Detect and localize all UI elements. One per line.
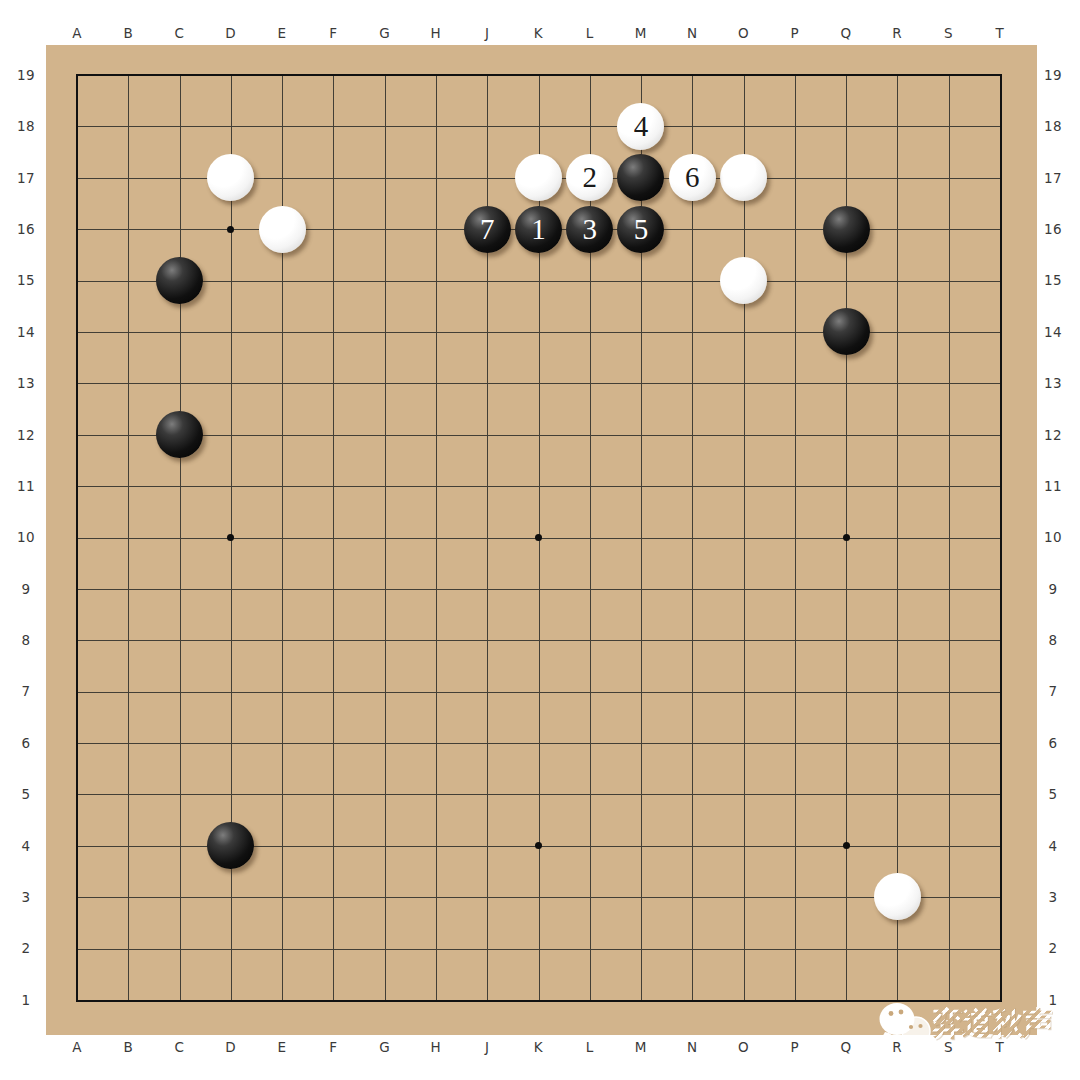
white-stone (720, 154, 767, 201)
col-label: J (485, 25, 489, 41)
col-label: P (790, 25, 799, 41)
black-stone-move-7: 7 (464, 206, 511, 253)
row-labels-left: 19181716151413121110987654321 (9, 49, 43, 1025)
col-label: E (278, 1039, 287, 1055)
row-label: 9 (1048, 581, 1057, 597)
row-label: 2 (21, 940, 30, 956)
star-point (535, 534, 542, 541)
star-point (227, 534, 234, 541)
row-label: 10 (17, 529, 35, 545)
col-label: P (790, 1039, 799, 1055)
col-label: E (278, 25, 287, 41)
col-label: N (687, 1039, 698, 1055)
col-label: B (123, 25, 133, 41)
black-stone (207, 822, 254, 869)
row-label: 8 (21, 632, 30, 648)
col-label: H (431, 1039, 442, 1055)
watermark-text: 弈道秋声 (932, 1002, 1052, 1046)
row-label: 4 (1048, 838, 1057, 854)
row-label: 16 (1044, 221, 1062, 237)
col-label: Q (840, 1039, 851, 1055)
col-label: K (534, 25, 543, 41)
row-label: 19 (1044, 67, 1062, 83)
row-label: 18 (1044, 118, 1062, 134)
black-stone (156, 257, 203, 304)
col-label: S (944, 25, 953, 41)
row-labels-right: 19181716151413121110987654321 (1036, 49, 1070, 1025)
row-label: 3 (21, 889, 30, 905)
black-stone (156, 411, 203, 458)
col-label: B (123, 1039, 133, 1055)
row-label: 14 (1044, 324, 1062, 340)
black-stone-move-1: 1 (515, 206, 562, 253)
row-label: 14 (17, 324, 35, 340)
col-label: O (738, 25, 749, 41)
white-stone-move-2: 2 (566, 154, 613, 201)
row-label: 12 (17, 427, 35, 443)
col-label: D (225, 25, 236, 41)
col-label: C (175, 1039, 185, 1055)
black-stone (823, 206, 870, 253)
white-stone (259, 206, 306, 253)
col-label: R (892, 25, 902, 41)
go-board-grid: 1234567 (51, 49, 1025, 1025)
star-point (535, 842, 542, 849)
star-point (843, 534, 850, 541)
white-stone (720, 257, 767, 304)
row-label: 19 (17, 67, 35, 83)
row-label: 16 (17, 221, 35, 237)
row-label: 9 (21, 581, 30, 597)
row-label: 6 (21, 735, 30, 751)
row-label: 11 (17, 478, 35, 494)
black-stone (823, 308, 870, 355)
col-label: O (738, 1039, 749, 1055)
row-label: 18 (17, 118, 35, 134)
row-label: 4 (21, 838, 30, 854)
col-label: F (329, 1039, 337, 1055)
wechat-icon (872, 1000, 934, 1054)
row-label: 15 (17, 272, 35, 288)
row-label: 17 (1044, 170, 1062, 186)
black-stone-move-5: 5 (617, 206, 664, 253)
row-label: 7 (1048, 683, 1057, 699)
black-stone-move-3: 3 (566, 206, 613, 253)
black-stone (617, 154, 664, 201)
watermark: 弈道秋声 (872, 996, 1072, 1056)
star-point (227, 226, 234, 233)
col-label: Q (840, 25, 851, 41)
col-label: M (635, 1039, 647, 1055)
col-label: A (72, 1039, 82, 1055)
row-label: 11 (1044, 478, 1062, 494)
col-label: K (534, 1039, 543, 1055)
row-label: 5 (1048, 786, 1057, 802)
row-label: 1 (21, 992, 30, 1008)
col-label: M (635, 25, 647, 41)
row-label: 15 (1044, 272, 1062, 288)
row-label: 13 (1044, 375, 1062, 391)
go-diagram-page: { "game": "go", "board": { "size": 19, "… (0, 0, 1080, 1080)
white-stone (515, 154, 562, 201)
row-label: 13 (17, 375, 35, 391)
col-label: G (379, 1039, 390, 1055)
col-label: D (225, 1039, 236, 1055)
col-label: F (329, 25, 337, 41)
white-stone (874, 873, 921, 920)
white-stone (207, 154, 254, 201)
row-label: 8 (1048, 632, 1057, 648)
row-label: 17 (17, 170, 35, 186)
row-label: 6 (1048, 735, 1057, 751)
row-label: 10 (1044, 529, 1062, 545)
col-label: T (995, 25, 1004, 41)
star-point (843, 842, 850, 849)
col-label: N (687, 25, 698, 41)
white-stone-move-6: 6 (669, 154, 716, 201)
row-label: 3 (1048, 889, 1057, 905)
col-label: L (586, 1039, 594, 1055)
col-label: A (72, 25, 82, 41)
column-labels-top: ABCDEFGHJKLMNOPQRST (51, 24, 1025, 42)
row-label: 12 (1044, 427, 1062, 443)
white-stone-move-4: 4 (617, 103, 664, 150)
col-label: J (485, 1039, 489, 1055)
row-label: 2 (1048, 940, 1057, 956)
col-label: L (586, 25, 594, 41)
row-label: 7 (21, 683, 30, 699)
row-label: 5 (21, 786, 30, 802)
col-label: H (431, 25, 442, 41)
col-label: G (379, 25, 390, 41)
col-label: C (175, 25, 185, 41)
